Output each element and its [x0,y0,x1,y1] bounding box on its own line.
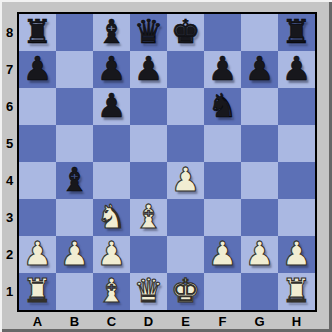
white-pawn[interactable]: ♟ [60,237,90,270]
white-pawn[interactable]: ♟ [282,237,312,270]
square-a1[interactable]: ♜ [19,273,56,310]
square-c3[interactable]: ♞ [93,199,130,236]
black-pawn[interactable]: ♟ [282,52,312,85]
square-e7[interactable] [167,51,204,88]
square-b2[interactable]: ♟ [56,236,93,273]
square-f1[interactable] [204,273,241,310]
black-rook[interactable]: ♜ [23,15,53,48]
white-rook[interactable]: ♜ [282,274,312,307]
black-queen[interactable]: ♛ [134,15,164,48]
rank-label-7: 7 [3,51,16,88]
square-f8[interactable] [204,14,241,51]
square-e4[interactable]: ♟ [167,162,204,199]
square-f7[interactable]: ♟ [204,51,241,88]
square-g1[interactable] [241,273,278,310]
square-b5[interactable] [56,125,93,162]
square-b4[interactable]: ♝ [56,162,93,199]
square-a5[interactable] [19,125,56,162]
file-label-f: F [204,314,241,330]
white-rook[interactable]: ♜ [23,274,53,307]
square-g5[interactable] [241,125,278,162]
square-h2[interactable]: ♟ [278,236,315,273]
white-pawn[interactable]: ♟ [23,237,53,270]
square-d4[interactable] [130,162,167,199]
rank-label-2: 2 [3,236,16,273]
square-c1[interactable]: ♝ [93,273,130,310]
black-pawn[interactable]: ♟ [23,52,53,85]
square-g6[interactable] [241,88,278,125]
white-pawn[interactable]: ♟ [245,237,275,270]
file-label-b: B [56,314,93,330]
square-d7[interactable]: ♟ [130,51,167,88]
black-pawn[interactable]: ♟ [245,52,275,85]
white-bishop[interactable]: ♝ [97,274,127,307]
white-pawn[interactable]: ♟ [171,163,201,196]
square-c2[interactable]: ♟ [93,236,130,273]
square-c6[interactable]: ♟ [93,88,130,125]
square-h7[interactable]: ♟ [278,51,315,88]
black-pawn[interactable]: ♟ [134,52,164,85]
square-c5[interactable] [93,125,130,162]
square-h5[interactable] [278,125,315,162]
square-b8[interactable] [56,14,93,51]
square-c8[interactable]: ♝ [93,14,130,51]
white-queen[interactable]: ♛ [134,274,164,307]
rank-label-3: 3 [3,199,16,236]
square-e6[interactable] [167,88,204,125]
square-g7[interactable]: ♟ [241,51,278,88]
square-g3[interactable] [241,199,278,236]
square-e5[interactable] [167,125,204,162]
rank-label-4: 4 [3,162,16,199]
black-bishop[interactable]: ♝ [60,163,90,196]
file-label-a: A [19,314,56,330]
square-h3[interactable] [278,199,315,236]
rank-label-8: 8 [3,14,16,51]
square-a3[interactable] [19,199,56,236]
square-a6[interactable] [19,88,56,125]
chess-diagram-window: ♜♝♛♚♜♟♟♟♟♟♟♟♞♝♟♞♝♟♟♟♟♟♟♜♝♛♚♜ 87654321 AB… [0,0,332,332]
square-a7[interactable]: ♟ [19,51,56,88]
file-label-e: E [167,314,204,330]
black-pawn[interactable]: ♟ [208,52,238,85]
square-d5[interactable] [130,125,167,162]
rank-label-1: 1 [3,273,16,310]
square-d6[interactable] [130,88,167,125]
square-h8[interactable]: ♜ [278,14,315,51]
square-g2[interactable]: ♟ [241,236,278,273]
file-label-h: H [278,314,315,330]
square-a4[interactable] [19,162,56,199]
black-king[interactable]: ♚ [171,15,201,48]
white-king[interactable]: ♚ [171,274,201,307]
square-h1[interactable]: ♜ [278,273,315,310]
square-h4[interactable] [278,162,315,199]
square-d2[interactable] [130,236,167,273]
black-pawn[interactable]: ♟ [97,89,127,122]
square-e8[interactable]: ♚ [167,14,204,51]
black-bishop[interactable]: ♝ [97,15,127,48]
square-e1[interactable]: ♚ [167,273,204,310]
white-knight[interactable]: ♞ [97,200,127,233]
black-pawn[interactable]: ♟ [97,52,127,85]
square-b6[interactable] [56,88,93,125]
square-h6[interactable] [278,88,315,125]
rank-label-6: 6 [3,88,16,125]
square-d1[interactable]: ♛ [130,273,167,310]
square-g8[interactable] [241,14,278,51]
white-pawn[interactable]: ♟ [208,237,238,270]
file-label-g: G [241,314,278,330]
square-a2[interactable]: ♟ [19,236,56,273]
square-b7[interactable] [56,51,93,88]
square-f5[interactable] [204,125,241,162]
square-b1[interactable] [56,273,93,310]
square-b3[interactable] [56,199,93,236]
square-d3[interactable]: ♝ [130,199,167,236]
square-f6[interactable]: ♞ [204,88,241,125]
square-c7[interactable]: ♟ [93,51,130,88]
square-e3[interactable] [167,199,204,236]
file-label-d: D [130,314,167,330]
black-rook[interactable]: ♜ [282,15,312,48]
rank-label-5: 5 [3,125,16,162]
square-f3[interactable] [204,199,241,236]
square-d8[interactable]: ♛ [130,14,167,51]
square-f4[interactable] [204,162,241,199]
square-f2[interactable]: ♟ [204,236,241,273]
square-g4[interactable] [241,162,278,199]
white-pawn[interactable]: ♟ [97,237,127,270]
file-label-c: C [93,314,130,330]
black-knight[interactable]: ♞ [208,89,238,122]
square-e2[interactable] [167,236,204,273]
white-bishop[interactable]: ♝ [134,200,164,233]
square-a8[interactable]: ♜ [19,14,56,51]
square-c4[interactable] [93,162,130,199]
board: ♜♝♛♚♜♟♟♟♟♟♟♟♞♝♟♞♝♟♟♟♟♟♟♜♝♛♚♜ [17,12,317,312]
